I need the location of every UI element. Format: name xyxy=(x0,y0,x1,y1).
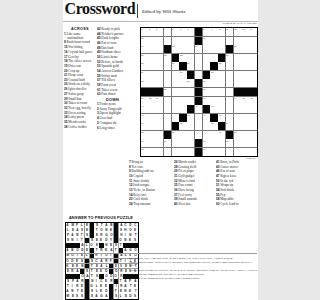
grid-cell[interactable]: 49 xyxy=(203,114,210,122)
answer-letter-cell: A xyxy=(104,294,108,299)
grid-cell[interactable]: 25 xyxy=(141,62,148,70)
grid-cell[interactable] xyxy=(164,62,171,70)
answer-letter-cell: D xyxy=(128,223,132,228)
grid-cell[interactable]: 22 xyxy=(164,54,171,62)
answer-letter-cell: E xyxy=(123,264,127,269)
answer-letter-cell: S xyxy=(114,243,118,248)
grid-cell[interactable] xyxy=(172,148,179,156)
answer-letter-cell: N xyxy=(123,238,127,243)
down-clue-column-3: 26 Marsh wader28 Grazing field29 Fit of … xyxy=(174,160,215,252)
cell-number: 11 xyxy=(226,28,228,30)
answer-letter-cell: T xyxy=(66,284,70,289)
clue-item: 26 Igloo dweller xyxy=(64,87,96,91)
grid-cell[interactable] xyxy=(241,139,248,147)
grid-cell[interactable] xyxy=(148,71,155,79)
grid-cell[interactable]: 16 xyxy=(203,37,210,45)
grid-cell[interactable] xyxy=(226,97,233,105)
answer-letter-cell: K xyxy=(66,264,70,269)
grid-cell[interactable] xyxy=(195,71,202,79)
grid-cell[interactable] xyxy=(234,148,241,156)
answer-letter-cell: A xyxy=(123,284,127,289)
grid-cell[interactable] xyxy=(195,54,202,62)
grid-cell[interactable] xyxy=(164,79,171,87)
grid-cell[interactable] xyxy=(172,114,179,122)
answer-black-square xyxy=(99,274,103,279)
grid-cell[interactable] xyxy=(234,79,241,87)
grid-cell[interactable] xyxy=(218,97,225,105)
black-square xyxy=(187,105,194,113)
grid-cell[interactable]: 64 xyxy=(203,148,210,156)
grid-cell[interactable] xyxy=(226,71,233,79)
answer-letter-cell: N xyxy=(80,264,84,269)
grid-cell[interactable]: 53 xyxy=(210,122,217,130)
answer-letter-cell: D xyxy=(104,289,108,294)
grid-cell[interactable] xyxy=(187,148,194,156)
clue-item: 58 Map abbr. xyxy=(216,197,258,201)
grid-cell[interactable] xyxy=(195,114,202,122)
grid-cell[interactable]: 39 xyxy=(156,97,163,105)
grid-cell[interactable] xyxy=(249,79,256,87)
grid-cell[interactable] xyxy=(226,148,233,156)
answer-letter-cell: E xyxy=(104,248,108,253)
grid-cell[interactable] xyxy=(203,45,210,53)
grid-cell[interactable] xyxy=(218,139,225,147)
grid-cell[interactable] xyxy=(148,139,155,147)
grid-cell[interactable]: 12 xyxy=(234,28,241,36)
grid-cell[interactable] xyxy=(249,139,256,147)
grid-cell[interactable]: 37 xyxy=(141,97,148,105)
grid-cell[interactable] xyxy=(226,105,233,113)
grid-cell[interactable] xyxy=(249,37,256,45)
grid-cell[interactable] xyxy=(148,105,155,113)
answer-letter-cell: T xyxy=(75,254,79,259)
grid-cell[interactable] xyxy=(234,114,241,122)
answer-black-square xyxy=(85,284,89,289)
grid-cell[interactable]: 28 xyxy=(218,62,225,70)
grid-cell[interactable] xyxy=(218,79,225,87)
grid-cell[interactable] xyxy=(179,37,186,45)
grid-cell[interactable] xyxy=(156,79,163,87)
grid-cell[interactable]: 6 xyxy=(179,28,186,36)
grid-cell[interactable] xyxy=(148,131,155,139)
grid-cell[interactable] xyxy=(172,105,179,113)
clue-item: 54 Actress Gardner xyxy=(97,69,128,73)
grid-cell[interactable] xyxy=(187,122,194,130)
grid-cell[interactable] xyxy=(187,37,194,45)
clue-item: 55 Pep xyxy=(216,193,258,197)
grid-cell[interactable]: 13 xyxy=(241,28,248,36)
answer-letter-cell: L xyxy=(66,228,70,233)
answer-letter-cell: T xyxy=(133,233,137,238)
grid-cell[interactable]: 35 xyxy=(164,88,171,96)
grid-cell[interactable]: 15 xyxy=(141,37,148,45)
answer-letter-cell: R xyxy=(75,284,79,289)
answer-black-square xyxy=(114,228,118,233)
grid-cell[interactable]: 14 xyxy=(249,28,256,36)
grid-cell[interactable]: 24 xyxy=(226,54,233,62)
clue-item: 48 Out loud xyxy=(97,46,128,50)
grid-cell[interactable]: 27 xyxy=(187,62,194,70)
clue-item: 5 Compass dir. xyxy=(97,121,128,125)
grid-cell[interactable]: 7 xyxy=(187,28,194,36)
grid-cell[interactable] xyxy=(187,131,194,139)
cell-number: 6 xyxy=(180,28,181,30)
grid-cell[interactable] xyxy=(241,79,248,87)
grid-cell[interactable] xyxy=(249,54,256,62)
answer-black-square xyxy=(114,223,118,228)
answer-letter-cell: S xyxy=(114,294,118,299)
answer-letter-cell: A xyxy=(75,269,79,274)
grid-cell[interactable] xyxy=(234,54,241,62)
grid-cell[interactable]: 20 xyxy=(234,45,241,53)
grid-cell[interactable] xyxy=(234,71,241,79)
clue-item: 47 Sign a lease xyxy=(216,174,258,178)
clue-item: 14 Rely (on) xyxy=(129,193,172,197)
grid-cell[interactable] xyxy=(156,148,163,156)
footer-rule xyxy=(129,253,257,254)
grid-cell[interactable]: 4 xyxy=(164,28,171,36)
grid-cell[interactable]: 43 xyxy=(249,97,256,105)
grid-cell[interactable] xyxy=(156,37,163,45)
grid-cell[interactable] xyxy=(226,79,233,87)
fine-print-paragraph: Crosswords for young solvers: nytimes.co… xyxy=(129,277,258,280)
grid-cell[interactable] xyxy=(164,37,171,45)
grid-cell[interactable]: 61 xyxy=(203,139,210,147)
grid-cell[interactable] xyxy=(249,45,256,53)
crossword-grid[interactable]: 1234567891011121314151617181920212223242… xyxy=(140,27,258,157)
grid-cell[interactable] xyxy=(203,62,210,70)
answer-letter-cell: O xyxy=(104,274,108,279)
grid-cell[interactable] xyxy=(226,114,233,122)
black-square xyxy=(226,45,233,53)
grid-cell[interactable]: 31 xyxy=(210,71,217,79)
answer-black-square xyxy=(114,259,118,264)
grid-cell[interactable] xyxy=(172,37,179,45)
black-square xyxy=(195,88,202,96)
black-square xyxy=(179,114,186,122)
grid-cell[interactable] xyxy=(249,131,256,139)
grid-cell[interactable] xyxy=(218,148,225,156)
answer-letter-cell: E xyxy=(80,284,84,289)
grid-cell[interactable] xyxy=(249,105,256,113)
grid-cell[interactable]: 60 xyxy=(164,139,171,147)
grid-cell[interactable] xyxy=(156,105,163,113)
black-square xyxy=(172,54,179,62)
grid-cell[interactable] xyxy=(234,139,241,147)
grid-cell[interactable] xyxy=(179,45,186,53)
grid-cell[interactable] xyxy=(226,37,233,45)
grid-cell[interactable] xyxy=(187,88,194,96)
cell-number: 35 xyxy=(164,88,166,90)
answer-letter-cell: O xyxy=(90,243,94,248)
clue-item: 9 Building add-on xyxy=(129,169,172,173)
answer-letter-cell: G xyxy=(104,233,108,238)
answer-letter-cell: R xyxy=(119,274,123,279)
grid-cell[interactable] xyxy=(210,45,217,53)
grid-cell[interactable] xyxy=(218,45,225,53)
grid-cell[interactable] xyxy=(195,62,202,70)
black-square xyxy=(156,88,163,96)
grid-cell[interactable] xyxy=(164,105,171,113)
grid-cell[interactable]: 26 xyxy=(172,62,179,70)
grid-cell[interactable] xyxy=(210,88,217,96)
grid-cell[interactable]: 40 xyxy=(203,97,210,105)
grid-cell[interactable]: 21 xyxy=(141,54,148,62)
cell-number: 13 xyxy=(242,28,244,30)
answer-black-square xyxy=(99,243,103,248)
grid-cell[interactable] xyxy=(234,122,241,130)
clue-item: 61 Takes a seat xyxy=(97,88,128,92)
grid-cell[interactable] xyxy=(148,122,155,130)
grid-cell[interactable]: 58 xyxy=(234,131,241,139)
grid-cell[interactable]: 41 xyxy=(234,97,241,105)
answer-letter-cell: R xyxy=(80,279,84,284)
grid-cell[interactable] xyxy=(210,54,217,62)
grid-cell[interactable] xyxy=(218,105,225,113)
grid-cell[interactable] xyxy=(249,148,256,156)
black-square xyxy=(195,97,202,105)
answer-letter-cell: T xyxy=(80,238,84,243)
grid-cell[interactable] xyxy=(210,131,217,139)
grid-cell[interactable] xyxy=(164,71,171,79)
grid-cell[interactable] xyxy=(156,114,163,122)
clue-item: 15 Not fitting xyxy=(64,45,96,49)
grid-cell[interactable]: 23 xyxy=(179,54,186,62)
answer-letter-cell: G xyxy=(90,284,94,289)
grid-cell[interactable] xyxy=(148,79,155,87)
grid-cell[interactable] xyxy=(218,88,225,96)
grid-cell[interactable] xyxy=(218,71,225,79)
grid-cell[interactable]: 55 xyxy=(141,131,148,139)
grid-cell[interactable]: 34 xyxy=(203,79,210,87)
grid-cell[interactable]: 51 xyxy=(141,122,148,130)
grid-cell[interactable] xyxy=(179,88,186,96)
cell-number: 57 xyxy=(219,131,221,133)
grid-cell[interactable] xyxy=(241,54,248,62)
grid-cell[interactable] xyxy=(234,62,241,70)
cell-number: 63 xyxy=(141,148,143,150)
grid-cell[interactable]: 30 xyxy=(179,71,186,79)
answer-letter-cell: D xyxy=(70,259,74,264)
grid-cell[interactable] xyxy=(172,71,179,79)
grid-cell[interactable]: 44 xyxy=(141,105,148,113)
answer-black-square xyxy=(114,233,118,238)
grid-cell[interactable]: 45 xyxy=(195,105,202,113)
grid-cell[interactable] xyxy=(172,139,179,147)
grid-cell[interactable]: 62 xyxy=(226,139,233,147)
grid-cell[interactable] xyxy=(164,114,171,122)
cell-number: 53 xyxy=(211,122,213,124)
grid-cell[interactable] xyxy=(241,148,248,156)
grid-cell[interactable] xyxy=(241,105,248,113)
grid-cell[interactable] xyxy=(249,122,256,130)
answer-letter-cell: E xyxy=(94,238,98,243)
grid-cell[interactable]: 54 xyxy=(226,122,233,130)
grid-cell[interactable] xyxy=(187,54,194,62)
grid-cell[interactable] xyxy=(148,114,155,122)
answer-letter-cell: E xyxy=(104,284,108,289)
grid-cell[interactable] xyxy=(148,45,155,53)
grid-cell[interactable] xyxy=(203,131,210,139)
grid-cell[interactable] xyxy=(249,71,256,79)
grid-cell[interactable] xyxy=(187,45,194,53)
down-header: DOWN xyxy=(97,97,128,101)
grid-cell[interactable]: 19 xyxy=(195,45,202,53)
grid-cell[interactable] xyxy=(241,37,248,45)
grid-cell[interactable] xyxy=(203,122,210,130)
cell-number: 39 xyxy=(156,97,158,99)
grid-cell[interactable] xyxy=(156,122,163,130)
grid-cell[interactable]: 11 xyxy=(226,28,233,36)
grid-cell[interactable] xyxy=(179,139,186,147)
grid-cell[interactable] xyxy=(210,97,217,105)
grid-cell[interactable]: 36 xyxy=(203,88,210,96)
grid-cell[interactable] xyxy=(179,79,186,87)
answer-letter-cell: S xyxy=(90,294,94,299)
grid-cell[interactable] xyxy=(241,71,248,79)
grid-cell[interactable]: 3 xyxy=(156,28,163,36)
grid-cell[interactable]: 2 xyxy=(148,28,155,36)
answer-letter-cell: T xyxy=(90,269,94,274)
grid-cell[interactable] xyxy=(226,62,233,70)
grid-cell[interactable] xyxy=(234,37,241,45)
grid-cell[interactable]: 59 xyxy=(141,139,148,147)
grid-cell[interactable] xyxy=(234,105,241,113)
answer-letter-cell: S xyxy=(66,238,70,243)
answer-letter-cell: A xyxy=(66,223,70,228)
clue-item: 10 Copied xyxy=(129,174,172,178)
grid-cell[interactable] xyxy=(156,71,163,79)
answer-letter-cell: D xyxy=(80,248,84,253)
answer-black-square xyxy=(80,269,84,274)
grid-cell[interactable] xyxy=(187,97,194,105)
clue-item: 21 Hosp. scan xyxy=(64,73,96,77)
grid-cell[interactable] xyxy=(241,122,248,130)
answer-letter-cell: E xyxy=(99,238,103,243)
grid-cell[interactable]: 18 xyxy=(172,45,179,53)
grid-cell[interactable] xyxy=(241,62,248,70)
grid-cell[interactable] xyxy=(179,97,186,105)
grid-cell[interactable] xyxy=(210,139,217,147)
answer-letter-cell: A xyxy=(80,243,84,248)
answer-black-square xyxy=(66,243,70,248)
grid-cell[interactable] xyxy=(249,62,256,70)
grid-cell[interactable]: 8 xyxy=(203,28,210,36)
grid-cell[interactable] xyxy=(172,97,179,105)
grid-cell[interactable] xyxy=(148,62,155,70)
answer-black-square xyxy=(128,243,132,248)
cell-number: 34 xyxy=(203,80,205,82)
grid-cell[interactable]: 50 xyxy=(218,114,225,122)
grid-cell[interactable]: 10 xyxy=(218,28,225,36)
grid-cell[interactable] xyxy=(164,148,171,156)
grid-cell[interactable]: 63 xyxy=(141,148,148,156)
answer-letter-cell: T xyxy=(80,233,84,238)
answer-letter-cell: T xyxy=(94,228,98,233)
grid-cell[interactable]: 56 xyxy=(172,131,179,139)
grid-cell[interactable] xyxy=(164,122,171,130)
black-square xyxy=(234,88,241,96)
grid-cell[interactable] xyxy=(164,97,171,105)
grid-cell[interactable] xyxy=(195,131,202,139)
grid-cell[interactable] xyxy=(241,131,248,139)
grid-cell[interactable] xyxy=(210,37,217,45)
grid-cell[interactable] xyxy=(156,139,163,147)
cell-number: 22 xyxy=(164,54,166,56)
grid-cell[interactable]: 48 xyxy=(187,114,194,122)
grid-cell[interactable]: 47 xyxy=(141,114,148,122)
grid-cell[interactable]: 9 xyxy=(210,28,217,36)
cell-number: 36 xyxy=(203,88,205,90)
cell-number: 56 xyxy=(172,131,174,133)
grid-cell[interactable] xyxy=(241,114,248,122)
grid-cell[interactable]: 57 xyxy=(218,131,225,139)
grid-cell[interactable] xyxy=(226,88,233,96)
grid-cell[interactable] xyxy=(172,79,179,87)
grid-cell[interactable] xyxy=(187,139,194,147)
across-clue-list: 1 Like some nationalism8 Rush-hour crowd… xyxy=(64,32,96,129)
grid-cell[interactable] xyxy=(156,131,163,139)
grid-cell[interactable] xyxy=(172,88,179,96)
grid-cell[interactable] xyxy=(203,54,210,62)
answer-letter-cell: E xyxy=(104,279,108,284)
grid-cell[interactable] xyxy=(195,122,202,130)
grid-cell[interactable] xyxy=(249,114,256,122)
clue-item: 1 Like some nationalism xyxy=(64,32,96,40)
grid-cell[interactable]: 38 xyxy=(148,97,155,105)
grid-cell[interactable]: 29 xyxy=(141,71,148,79)
cell-number: 48 xyxy=(187,114,189,116)
grid-cell[interactable]: 46 xyxy=(210,105,217,113)
grid-cell[interactable] xyxy=(241,45,248,53)
down-clue-list: 26 Marsh wader28 Grazing field29 Fit of … xyxy=(174,160,215,206)
grid-cell[interactable] xyxy=(210,148,217,156)
grid-cell[interactable]: 1 xyxy=(141,28,148,36)
clue-item: 22 Cool drink xyxy=(129,197,172,201)
answer-letter-cell: M xyxy=(66,254,70,259)
answer-black-square xyxy=(66,274,70,279)
grid-cell[interactable]: 5 xyxy=(172,28,179,36)
grid-cell[interactable] xyxy=(210,79,217,87)
grid-cell[interactable] xyxy=(218,37,225,45)
grid-cell[interactable] xyxy=(156,45,163,53)
answer-letter-cell: T xyxy=(99,223,103,228)
grid-cell[interactable]: 32 xyxy=(141,79,148,87)
grid-cell[interactable] xyxy=(156,62,163,70)
grid-cell[interactable] xyxy=(179,148,186,156)
answer-letter-cell: E xyxy=(99,289,103,294)
answer-letter-cell: V xyxy=(119,264,123,269)
grid-cell[interactable]: 17 xyxy=(141,45,148,53)
answer-letter-cell: R xyxy=(109,279,113,284)
clue-item: 31 Golf gadget xyxy=(174,174,215,178)
answer-letter-cell: T xyxy=(114,289,118,294)
answer-letter-cell: I xyxy=(75,238,79,243)
grid-cell[interactable] xyxy=(156,54,163,62)
grid-cell[interactable]: 52 xyxy=(179,122,186,130)
grid-cell[interactable] xyxy=(179,105,186,113)
grid-cell[interactable]: 33 xyxy=(187,79,194,87)
grid-cell[interactable]: 42 xyxy=(241,97,248,105)
clue-item: 32 Nest egg, briefly xyxy=(64,106,96,110)
answer-black-square xyxy=(109,269,113,274)
grid-cell[interactable] xyxy=(179,131,186,139)
answer-letter-cell: O xyxy=(66,259,70,264)
grid-cell[interactable] xyxy=(148,148,155,156)
grid-cell[interactable] xyxy=(148,37,155,45)
answer-black-square xyxy=(85,279,89,284)
grid-cell[interactable] xyxy=(148,54,155,62)
